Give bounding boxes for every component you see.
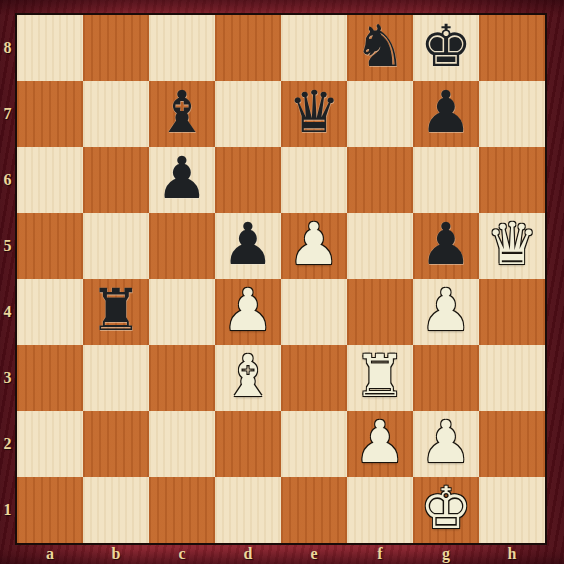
piece-black-rook[interactable]: ♜ xyxy=(90,281,142,339)
square-g4[interactable]: ♟ xyxy=(413,279,479,345)
square-a3[interactable] xyxy=(17,345,83,411)
rank-label-5: 5 xyxy=(0,213,15,279)
square-a5[interactable] xyxy=(17,213,83,279)
square-b8[interactable] xyxy=(83,15,149,81)
chess-board: ♞♚♝♛♟♟♟♟♟♛♜♟♟♝♜♟♟♚ xyxy=(15,13,547,545)
square-e3[interactable] xyxy=(281,345,347,411)
piece-black-pawn[interactable]: ♟ xyxy=(420,215,472,273)
square-h3[interactable] xyxy=(479,345,545,411)
file-label-g: g xyxy=(413,545,479,563)
square-a1[interactable] xyxy=(17,477,83,543)
square-d8[interactable] xyxy=(215,15,281,81)
file-label-c: c xyxy=(149,545,215,563)
square-h8[interactable] xyxy=(479,15,545,81)
square-d3[interactable]: ♝ xyxy=(215,345,281,411)
square-h2[interactable] xyxy=(479,411,545,477)
rank-label-4: 4 xyxy=(0,279,15,345)
rank-label-3: 3 xyxy=(0,345,15,411)
square-b2[interactable] xyxy=(83,411,149,477)
file-label-b: b xyxy=(83,545,149,563)
square-e2[interactable] xyxy=(281,411,347,477)
file-label-e: e xyxy=(281,545,347,563)
piece-white-rook[interactable]: ♜ xyxy=(354,347,406,405)
rank-label-7: 7 xyxy=(0,81,15,147)
piece-white-pawn[interactable]: ♟ xyxy=(288,215,340,273)
square-d5[interactable]: ♟ xyxy=(215,213,281,279)
piece-black-pawn[interactable]: ♟ xyxy=(222,215,274,273)
square-f8[interactable]: ♞ xyxy=(347,15,413,81)
square-h5[interactable]: ♛ xyxy=(479,213,545,279)
piece-white-pawn[interactable]: ♟ xyxy=(222,281,274,339)
square-f5[interactable] xyxy=(347,213,413,279)
square-b6[interactable] xyxy=(83,147,149,213)
square-c7[interactable]: ♝ xyxy=(149,81,215,147)
square-a7[interactable] xyxy=(17,81,83,147)
square-a6[interactable] xyxy=(17,147,83,213)
square-g1[interactable]: ♚ xyxy=(413,477,479,543)
square-a4[interactable] xyxy=(17,279,83,345)
square-h7[interactable] xyxy=(479,81,545,147)
square-d1[interactable] xyxy=(215,477,281,543)
square-f6[interactable] xyxy=(347,147,413,213)
square-d7[interactable] xyxy=(215,81,281,147)
square-e8[interactable] xyxy=(281,15,347,81)
piece-white-pawn[interactable]: ♟ xyxy=(420,281,472,339)
piece-black-knight[interactable]: ♞ xyxy=(354,17,406,75)
piece-black-pawn[interactable]: ♟ xyxy=(156,149,208,207)
square-f7[interactable] xyxy=(347,81,413,147)
square-c4[interactable] xyxy=(149,279,215,345)
square-b4[interactable]: ♜ xyxy=(83,279,149,345)
square-g3[interactable] xyxy=(413,345,479,411)
square-c5[interactable] xyxy=(149,213,215,279)
square-g7[interactable]: ♟ xyxy=(413,81,479,147)
piece-white-pawn[interactable]: ♟ xyxy=(354,413,406,471)
file-label-f: f xyxy=(347,545,413,563)
square-g5[interactable]: ♟ xyxy=(413,213,479,279)
square-e7[interactable]: ♛ xyxy=(281,81,347,147)
piece-white-bishop[interactable]: ♝ xyxy=(222,347,274,405)
rank-label-1: 1 xyxy=(0,477,15,543)
square-g6[interactable] xyxy=(413,147,479,213)
square-b7[interactable] xyxy=(83,81,149,147)
square-c1[interactable] xyxy=(149,477,215,543)
square-a8[interactable] xyxy=(17,15,83,81)
square-e5[interactable]: ♟ xyxy=(281,213,347,279)
square-c2[interactable] xyxy=(149,411,215,477)
square-e6[interactable] xyxy=(281,147,347,213)
square-d2[interactable] xyxy=(215,411,281,477)
square-e4[interactable] xyxy=(281,279,347,345)
square-b5[interactable] xyxy=(83,213,149,279)
square-g2[interactable]: ♟ xyxy=(413,411,479,477)
piece-white-king[interactable]: ♚ xyxy=(420,479,472,537)
square-h6[interactable] xyxy=(479,147,545,213)
file-labels: abcdefgh xyxy=(17,545,545,563)
square-c3[interactable] xyxy=(149,345,215,411)
piece-black-queen[interactable]: ♛ xyxy=(288,83,340,141)
square-f3[interactable]: ♜ xyxy=(347,345,413,411)
board-frame: 87654321 ♞♚♝♛♟♟♟♟♟♛♜♟♟♝♜♟♟♚ abcdefgh xyxy=(0,0,564,564)
file-label-d: d xyxy=(215,545,281,563)
piece-white-queen[interactable]: ♛ xyxy=(486,215,538,273)
square-d4[interactable]: ♟ xyxy=(215,279,281,345)
file-label-a: a xyxy=(17,545,83,563)
rank-label-2: 2 xyxy=(0,411,15,477)
square-d6[interactable] xyxy=(215,147,281,213)
file-label-h: h xyxy=(479,545,545,563)
square-f4[interactable] xyxy=(347,279,413,345)
square-f2[interactable]: ♟ xyxy=(347,411,413,477)
square-b1[interactable] xyxy=(83,477,149,543)
square-e1[interactable] xyxy=(281,477,347,543)
square-g8[interactable]: ♚ xyxy=(413,15,479,81)
piece-white-pawn[interactable]: ♟ xyxy=(420,413,472,471)
square-c6[interactable]: ♟ xyxy=(149,147,215,213)
square-h1[interactable] xyxy=(479,477,545,543)
piece-black-pawn[interactable]: ♟ xyxy=(420,83,472,141)
rank-labels: 87654321 xyxy=(0,15,15,543)
rank-label-6: 6 xyxy=(0,147,15,213)
piece-black-bishop[interactable]: ♝ xyxy=(156,83,208,141)
square-h4[interactable] xyxy=(479,279,545,345)
square-c8[interactable] xyxy=(149,15,215,81)
square-f1[interactable] xyxy=(347,477,413,543)
rank-label-8: 8 xyxy=(0,15,15,81)
square-a2[interactable] xyxy=(17,411,83,477)
square-b3[interactable] xyxy=(83,345,149,411)
piece-black-king[interactable]: ♚ xyxy=(420,17,472,75)
